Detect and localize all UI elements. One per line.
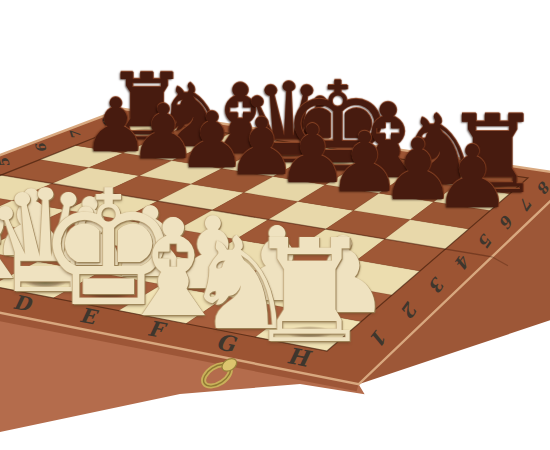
piece-white-rook-h1[interactable]: ♜ [238,221,381,364]
piece-black-pawn-h7[interactable]: ♟ [429,134,516,221]
chess-set-photo: ABCDEFGH1234567812345678 ♜♞♟♝♟♛♟♚♟♝♟♞♟♜♟… [0,0,550,450]
